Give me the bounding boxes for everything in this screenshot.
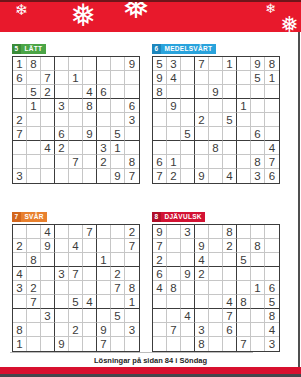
sudoku-cell[interactable] (69, 127, 83, 141)
sudoku-cell[interactable] (181, 295, 195, 309)
sudoku-cell[interactable] (237, 127, 251, 141)
sudoku-cell[interactable]: 3 (125, 323, 139, 337)
sudoku-cell[interactable]: 9 (97, 323, 111, 337)
sudoku-cell[interactable]: 4 (265, 323, 279, 337)
sudoku-cell[interactable]: 8 (27, 253, 41, 267)
sudoku-cell[interactable] (167, 295, 181, 309)
sudoku-cell[interactable] (69, 141, 83, 155)
sudoku-cell[interactable] (223, 99, 237, 113)
sudoku-cell[interactable]: 1 (237, 99, 251, 113)
sudoku-cell[interactable] (181, 155, 195, 169)
sudoku-cell[interactable] (69, 113, 83, 127)
sudoku-cell[interactable]: 2 (195, 267, 209, 281)
sudoku-cell[interactable] (55, 71, 69, 85)
sudoku-cell[interactable] (195, 309, 209, 323)
sudoku-cell[interactable] (167, 225, 181, 239)
sudoku-cell[interactable]: 5 (181, 127, 195, 141)
sudoku-cell[interactable]: 5 (111, 309, 125, 323)
sudoku-cell[interactable] (265, 253, 279, 267)
sudoku-cell[interactable] (41, 337, 55, 351)
sudoku-cell[interactable] (209, 225, 223, 239)
sudoku-cell[interactable] (181, 323, 195, 337)
sudoku-cell[interactable]: 2 (55, 141, 69, 155)
sudoku-cell[interactable] (209, 267, 223, 281)
sudoku-cell[interactable] (27, 169, 41, 183)
sudoku-cell[interactable]: 2 (195, 113, 209, 127)
sudoku-cell[interactable] (125, 309, 139, 323)
sudoku-cell[interactable] (55, 323, 69, 337)
sudoku-cell[interactable]: 7 (153, 169, 167, 183)
sudoku-cell[interactable] (237, 155, 251, 169)
sudoku-cell[interactable] (209, 309, 223, 323)
sudoku-cell[interactable]: 8 (153, 85, 167, 99)
sudoku-cell[interactable] (69, 253, 83, 267)
sudoku-cell[interactable]: 9 (153, 225, 167, 239)
sudoku-cell[interactable] (69, 337, 83, 351)
sudoku-cell[interactable]: 6 (125, 99, 139, 113)
sudoku-cell[interactable] (195, 127, 209, 141)
sudoku-cell[interactable] (27, 323, 41, 337)
sudoku-cell[interactable] (153, 127, 167, 141)
sudoku-cell[interactable] (41, 295, 55, 309)
sudoku-cell[interactable] (83, 281, 97, 295)
sudoku-cell[interactable] (41, 281, 55, 295)
sudoku-cell[interactable] (153, 113, 167, 127)
sudoku-cell[interactable] (223, 337, 237, 351)
sudoku-cell[interactable] (265, 99, 279, 113)
sudoku-cell[interactable] (223, 141, 237, 155)
sudoku-cell[interactable] (167, 113, 181, 127)
sudoku-cell[interactable] (83, 253, 97, 267)
sudoku-cell[interactable] (237, 113, 251, 127)
sudoku-cell[interactable]: 2 (111, 267, 125, 281)
sudoku-cell[interactable]: 9 (251, 57, 265, 71)
sudoku-cell[interactable] (41, 253, 55, 267)
sudoku-cell[interactable]: 7 (111, 281, 125, 295)
sudoku-cell[interactable]: 4 (223, 295, 237, 309)
sudoku-cell[interactable] (167, 239, 181, 253)
sudoku-cell[interactable] (125, 337, 139, 351)
sudoku-cell[interactable] (55, 85, 69, 99)
sudoku-cell[interactable]: 8 (251, 239, 265, 253)
sudoku-cell[interactable] (13, 85, 27, 99)
sudoku-cell[interactable]: 8 (223, 225, 237, 239)
sudoku-cell[interactable]: 7 (83, 225, 97, 239)
sudoku-cell[interactable]: 7 (27, 295, 41, 309)
sudoku-cell[interactable] (265, 267, 279, 281)
sudoku-cell[interactable] (27, 141, 41, 155)
sudoku-cell[interactable]: 7 (125, 239, 139, 253)
sudoku-cell[interactable] (83, 57, 97, 71)
sudoku-cell[interactable] (83, 239, 97, 253)
sudoku-cell[interactable]: 2 (69, 323, 83, 337)
sudoku-cell[interactable] (13, 155, 27, 169)
sudoku-cell[interactable] (223, 127, 237, 141)
sudoku-cell[interactable] (223, 267, 237, 281)
sudoku-cell[interactable] (69, 225, 83, 239)
sudoku-cell[interactable] (237, 169, 251, 183)
sudoku-cell[interactable] (111, 57, 125, 71)
sudoku-cell[interactable]: 5 (251, 71, 265, 85)
sudoku-cell[interactable]: 8 (195, 337, 209, 351)
sudoku-cell[interactable]: 6 (223, 323, 237, 337)
sudoku-cell[interactable] (251, 323, 265, 337)
sudoku-cell[interactable] (209, 323, 223, 337)
sudoku-cell[interactable]: 7 (195, 57, 209, 71)
sudoku-cell[interactable]: 4 (265, 141, 279, 155)
sudoku-cell[interactable] (251, 337, 265, 351)
sudoku-cell[interactable]: 5 (111, 127, 125, 141)
sudoku-cell[interactable]: 9 (41, 239, 55, 253)
sudoku-cell[interactable]: 9 (181, 267, 195, 281)
sudoku-cell[interactable] (195, 85, 209, 99)
sudoku-cell[interactable]: 3 (13, 169, 27, 183)
sudoku-cell[interactable]: 9 (83, 127, 97, 141)
sudoku-cell[interactable]: 6 (265, 281, 279, 295)
sudoku-cell[interactable] (209, 337, 223, 351)
sudoku-cell[interactable] (69, 309, 83, 323)
sudoku-cell[interactable]: 7 (69, 155, 83, 169)
sudoku-cell[interactable] (83, 337, 97, 351)
sudoku-cell[interactable]: 3 (55, 267, 69, 281)
sudoku-cell[interactable]: 2 (13, 113, 27, 127)
sudoku-cell[interactable] (55, 309, 69, 323)
sudoku-cell[interactable] (223, 281, 237, 295)
sudoku-cell[interactable]: 9 (195, 239, 209, 253)
sudoku-cell[interactable] (237, 309, 251, 323)
sudoku-cell[interactable]: 4 (41, 225, 55, 239)
sudoku-cell[interactable]: 7 (13, 127, 27, 141)
sudoku-cell[interactable]: 7 (153, 239, 167, 253)
sudoku-cell[interactable] (27, 71, 41, 85)
sudoku-cell[interactable] (181, 141, 195, 155)
sudoku-cell[interactable] (125, 253, 139, 267)
sudoku-cell[interactable] (195, 71, 209, 85)
sudoku-cell[interactable]: 8 (27, 57, 41, 71)
sudoku-cell[interactable]: 8 (83, 99, 97, 113)
sudoku-cell[interactable] (265, 239, 279, 253)
sudoku-cell[interactable] (195, 141, 209, 155)
sudoku-cell[interactable] (83, 169, 97, 183)
sudoku-cell[interactable] (111, 323, 125, 337)
sudoku-cell[interactable] (97, 295, 111, 309)
sudoku-cell[interactable] (237, 267, 251, 281)
sudoku-cell[interactable] (55, 57, 69, 71)
sudoku-cell[interactable] (181, 239, 195, 253)
sudoku-cell[interactable]: 7 (167, 323, 181, 337)
sudoku-cell[interactable] (209, 99, 223, 113)
sudoku-cell[interactable] (55, 281, 69, 295)
sudoku-cell[interactable]: 1 (27, 99, 41, 113)
sudoku-cell[interactable] (41, 267, 55, 281)
sudoku-cell[interactable] (181, 253, 195, 267)
sudoku-cell[interactable]: 1 (69, 71, 83, 85)
sudoku-cell[interactable] (237, 57, 251, 71)
sudoku-cell[interactable] (55, 225, 69, 239)
sudoku-cell[interactable]: 9 (209, 85, 223, 99)
sudoku-cell[interactable]: 3 (125, 113, 139, 127)
sudoku-cell[interactable] (27, 239, 41, 253)
sudoku-cell[interactable]: 4 (167, 71, 181, 85)
sudoku-cell[interactable]: 1 (251, 281, 265, 295)
sudoku-cell[interactable]: 7 (223, 309, 237, 323)
sudoku-cell[interactable]: 5 (223, 113, 237, 127)
sudoku-cell[interactable]: 1 (97, 253, 111, 267)
sudoku-cell[interactable]: 1 (223, 57, 237, 71)
sudoku-cell[interactable]: 1 (13, 57, 27, 71)
sudoku-cell[interactable] (55, 295, 69, 309)
sudoku-cell[interactable] (167, 309, 181, 323)
sudoku-cell[interactable] (69, 281, 83, 295)
sudoku-cell[interactable] (13, 225, 27, 239)
sudoku-cell[interactable]: 4 (41, 141, 55, 155)
sudoku-cell[interactable] (111, 295, 125, 309)
sudoku-cell[interactable]: 3 (41, 309, 55, 323)
sudoku-cell[interactable]: 9 (153, 71, 167, 85)
sudoku-cell[interactable]: 4 (13, 267, 27, 281)
sudoku-cell[interactable] (83, 267, 97, 281)
sudoku-cell[interactable]: 8 (167, 281, 181, 295)
sudoku-cell[interactable] (27, 155, 41, 169)
sudoku-cell[interactable] (41, 169, 55, 183)
sudoku-cell[interactable]: 7 (237, 337, 251, 351)
sudoku-cell[interactable] (251, 99, 265, 113)
sudoku-cell[interactable] (69, 57, 83, 71)
sudoku-cell[interactable] (209, 155, 223, 169)
sudoku-cell[interactable]: 3 (195, 323, 209, 337)
sudoku-cell[interactable] (83, 309, 97, 323)
sudoku-cell[interactable]: 3 (97, 141, 111, 155)
sudoku-cell[interactable] (167, 337, 181, 351)
sudoku-cell[interactable] (83, 113, 97, 127)
sudoku-cell[interactable]: 6 (153, 267, 167, 281)
sudoku-cell[interactable] (167, 267, 181, 281)
sudoku-cell[interactable]: 4 (181, 309, 195, 323)
sudoku-cell[interactable] (111, 99, 125, 113)
sudoku-cell[interactable] (209, 57, 223, 71)
sudoku-cell[interactable] (153, 141, 167, 155)
sudoku-cell[interactable]: 5 (69, 295, 83, 309)
sudoku-cell[interactable] (237, 225, 251, 239)
sudoku-cell[interactable] (167, 253, 181, 267)
sudoku-cell[interactable]: 2 (97, 155, 111, 169)
sudoku-cell[interactable] (97, 281, 111, 295)
sudoku-cell[interactable] (181, 99, 195, 113)
sudoku-cell[interactable] (223, 85, 237, 99)
sudoku-cell[interactable]: 4 (153, 281, 167, 295)
sudoku-cell[interactable] (195, 225, 209, 239)
sudoku-cell[interactable]: 7 (265, 155, 279, 169)
sudoku-cell[interactable]: 2 (41, 85, 55, 99)
sudoku-cell[interactable] (181, 113, 195, 127)
sudoku-cell[interactable] (251, 113, 265, 127)
sudoku-cell[interactable]: 9 (55, 337, 69, 351)
sudoku-cell[interactable] (69, 99, 83, 113)
sudoku-cell[interactable] (209, 295, 223, 309)
sudoku-cell[interactable] (83, 323, 97, 337)
sudoku-cell[interactable]: 2 (167, 169, 181, 183)
sudoku-cell[interactable] (97, 113, 111, 127)
sudoku-cell[interactable] (83, 155, 97, 169)
sudoku-cell[interactable] (237, 71, 251, 85)
sudoku-cell[interactable] (111, 225, 125, 239)
sudoku-cell[interactable]: 3 (181, 225, 195, 239)
sudoku-cell[interactable]: 7 (97, 337, 111, 351)
sudoku-cell[interactable] (209, 127, 223, 141)
sudoku-cell[interactable] (13, 295, 27, 309)
sudoku-cell[interactable] (209, 71, 223, 85)
sudoku-cell[interactable] (251, 85, 265, 99)
sudoku-cell[interactable] (97, 225, 111, 239)
sudoku-cell[interactable] (181, 71, 195, 85)
sudoku-cell[interactable]: 1 (265, 71, 279, 85)
sudoku-cell[interactable] (265, 127, 279, 141)
sudoku-cell[interactable]: 6 (55, 127, 69, 141)
sudoku-cell[interactable] (153, 323, 167, 337)
sudoku-cell[interactable]: 9 (125, 57, 139, 71)
sudoku-cell[interactable]: 3 (13, 281, 27, 295)
sudoku-cell[interactable] (153, 99, 167, 113)
sudoku-cell[interactable] (209, 169, 223, 183)
sudoku-cell[interactable] (181, 169, 195, 183)
sudoku-cell[interactable] (153, 295, 167, 309)
sudoku-cell[interactable] (13, 309, 27, 323)
sudoku-cell[interactable]: 4 (223, 169, 237, 183)
sudoku-cell[interactable] (209, 113, 223, 127)
sudoku-cell[interactable] (27, 127, 41, 141)
sudoku-cell[interactable]: 9 (111, 169, 125, 183)
sudoku-cell[interactable] (251, 267, 265, 281)
sudoku-cell[interactable] (13, 99, 27, 113)
sudoku-cell[interactable] (153, 337, 167, 351)
sudoku-cell[interactable]: 1 (125, 295, 139, 309)
sudoku-cell[interactable] (97, 267, 111, 281)
sudoku-cell[interactable] (125, 267, 139, 281)
sudoku-cell[interactable] (55, 169, 69, 183)
sudoku-cell[interactable] (69, 169, 83, 183)
sudoku-cell[interactable] (27, 267, 41, 281)
sudoku-cell[interactable] (41, 127, 55, 141)
sudoku-cell[interactable]: 5 (265, 295, 279, 309)
sudoku-cell[interactable] (167, 127, 181, 141)
sudoku-cell[interactable]: 6 (153, 155, 167, 169)
sudoku-cell[interactable] (209, 253, 223, 267)
sudoku-cell[interactable] (97, 99, 111, 113)
sudoku-cell[interactable] (111, 239, 125, 253)
sudoku-cell[interactable] (265, 225, 279, 239)
sudoku-cell[interactable] (237, 85, 251, 99)
sudoku-cell[interactable]: 7 (69, 267, 83, 281)
sudoku-cell[interactable] (41, 155, 55, 169)
sudoku-cell[interactable] (97, 57, 111, 71)
sudoku-cell[interactable] (237, 141, 251, 155)
sudoku-cell[interactable] (251, 253, 265, 267)
sudoku-cell[interactable] (251, 225, 265, 239)
sudoku-cell[interactable]: 6 (251, 127, 265, 141)
sudoku-cell[interactable] (55, 253, 69, 267)
sudoku-cell[interactable]: 2 (223, 239, 237, 253)
sudoku-cell[interactable] (181, 281, 195, 295)
sudoku-cell[interactable]: 5 (153, 57, 167, 71)
sudoku-cell[interactable] (209, 239, 223, 253)
sudoku-cell[interactable]: 4 (195, 253, 209, 267)
sudoku-cell[interactable] (69, 85, 83, 99)
sudoku-cell[interactable]: 3 (251, 169, 265, 183)
sudoku-cell[interactable]: 1 (13, 337, 27, 351)
sudoku-cell[interactable] (181, 57, 195, 71)
sudoku-cell[interactable] (153, 309, 167, 323)
sudoku-cell[interactable] (13, 253, 27, 267)
sudoku-cell[interactable] (41, 99, 55, 113)
sudoku-cell[interactable] (237, 323, 251, 337)
sudoku-cell[interactable] (111, 253, 125, 267)
sudoku-cell[interactable] (195, 281, 209, 295)
sudoku-cell[interactable] (223, 253, 237, 267)
sudoku-cell[interactable] (251, 295, 265, 309)
sudoku-cell[interactable] (55, 155, 69, 169)
sudoku-cell[interactable] (97, 127, 111, 141)
sudoku-cell[interactable] (125, 71, 139, 85)
sudoku-cell[interactable]: 8 (265, 57, 279, 71)
sudoku-cell[interactable] (237, 281, 251, 295)
sudoku-cell[interactable]: 4 (83, 85, 97, 99)
sudoku-cell[interactable] (167, 141, 181, 155)
sudoku-cell[interactable] (111, 337, 125, 351)
sudoku-cell[interactable] (27, 113, 41, 127)
sudoku-cell[interactable]: 8 (265, 309, 279, 323)
sudoku-cell[interactable]: 4 (69, 239, 83, 253)
sudoku-cell[interactable]: 6 (265, 169, 279, 183)
sudoku-cell[interactable]: 8 (209, 141, 223, 155)
sudoku-cell[interactable]: 2 (13, 239, 27, 253)
sudoku-cell[interactable]: 8 (125, 155, 139, 169)
sudoku-cell[interactable]: 2 (153, 253, 167, 267)
sudoku-cell[interactable]: 8 (237, 295, 251, 309)
sudoku-cell[interactable]: 3 (265, 337, 279, 351)
sudoku-cell[interactable] (195, 295, 209, 309)
sudoku-cell[interactable]: 7 (41, 71, 55, 85)
sudoku-cell[interactable] (125, 85, 139, 99)
sudoku-cell[interactable] (55, 113, 69, 127)
sudoku-cell[interactable] (27, 309, 41, 323)
sudoku-cell[interactable] (195, 155, 209, 169)
sudoku-cell[interactable] (251, 141, 265, 155)
sudoku-cell[interactable]: 2 (125, 225, 139, 239)
sudoku-cell[interactable] (97, 309, 111, 323)
sudoku-cell[interactable] (97, 71, 111, 85)
sudoku-cell[interactable] (265, 85, 279, 99)
sudoku-cell[interactable] (195, 99, 209, 113)
sudoku-cell[interactable] (83, 141, 97, 155)
sudoku-cell[interactable] (223, 155, 237, 169)
sudoku-cell[interactable] (83, 71, 97, 85)
sudoku-cell[interactable] (125, 127, 139, 141)
sudoku-cell[interactable]: 9 (195, 169, 209, 183)
sudoku-cell[interactable]: 1 (111, 141, 125, 155)
sudoku-cell[interactable]: 8 (125, 281, 139, 295)
sudoku-cell[interactable]: 8 (13, 323, 27, 337)
sudoku-cell[interactable] (41, 113, 55, 127)
sudoku-cell[interactable] (111, 155, 125, 169)
sudoku-cell[interactable] (27, 337, 41, 351)
sudoku-cell[interactable] (111, 113, 125, 127)
sudoku-cell[interactable] (97, 239, 111, 253)
sudoku-cell[interactable] (13, 141, 27, 155)
sudoku-cell[interactable] (97, 169, 111, 183)
sudoku-cell[interactable] (223, 71, 237, 85)
sudoku-cell[interactable] (41, 323, 55, 337)
sudoku-cell[interactable]: 7 (125, 169, 139, 183)
